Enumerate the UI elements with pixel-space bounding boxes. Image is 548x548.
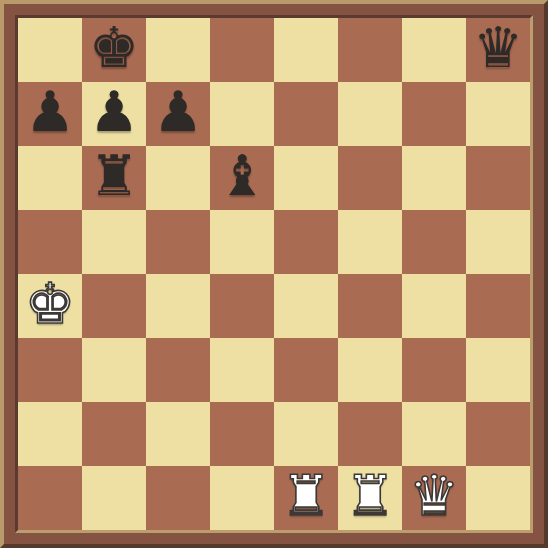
square-f3[interactable] (338, 338, 402, 402)
square-b1[interactable] (82, 466, 146, 530)
black-pawn[interactable]: ♟ (89, 82, 139, 144)
square-a3[interactable] (18, 338, 82, 402)
square-g6[interactable] (402, 146, 466, 210)
square-e1[interactable]: ♜ (274, 466, 338, 530)
square-g7[interactable] (402, 82, 466, 146)
square-h4[interactable] (466, 274, 530, 338)
square-c4[interactable] (146, 274, 210, 338)
square-d7[interactable] (210, 82, 274, 146)
square-g4[interactable] (402, 274, 466, 338)
square-h1[interactable] (466, 466, 530, 530)
square-f1[interactable]: ♜ (338, 466, 402, 530)
square-e6[interactable] (274, 146, 338, 210)
square-h2[interactable] (466, 402, 530, 466)
square-g3[interactable] (402, 338, 466, 402)
square-d6[interactable]: ♝ (210, 146, 274, 210)
white-queen[interactable]: ♛ (409, 466, 459, 528)
square-a4[interactable]: ♚ (18, 274, 82, 338)
square-d5[interactable] (210, 210, 274, 274)
square-e2[interactable] (274, 402, 338, 466)
square-b2[interactable] (82, 402, 146, 466)
black-rook[interactable]: ♜ (89, 146, 139, 208)
square-c8[interactable] (146, 18, 210, 82)
white-rook[interactable]: ♜ (345, 466, 395, 528)
square-g8[interactable] (402, 18, 466, 82)
chess-board: ♚♛♟♟♟♜♝♚♜♜♛ (15, 15, 533, 533)
white-rook[interactable]: ♜ (281, 466, 331, 528)
square-f5[interactable] (338, 210, 402, 274)
square-b5[interactable] (82, 210, 146, 274)
square-c7[interactable]: ♟ (146, 82, 210, 146)
square-h8[interactable]: ♛ (466, 18, 530, 82)
square-e8[interactable] (274, 18, 338, 82)
square-c5[interactable] (146, 210, 210, 274)
square-a7[interactable]: ♟ (18, 82, 82, 146)
square-b4[interactable] (82, 274, 146, 338)
square-g5[interactable] (402, 210, 466, 274)
square-d1[interactable] (210, 466, 274, 530)
square-h5[interactable] (466, 210, 530, 274)
square-h3[interactable] (466, 338, 530, 402)
square-a5[interactable] (18, 210, 82, 274)
square-a1[interactable] (18, 466, 82, 530)
square-d4[interactable] (210, 274, 274, 338)
square-a6[interactable] (18, 146, 82, 210)
square-g1[interactable]: ♛ (402, 466, 466, 530)
square-e4[interactable] (274, 274, 338, 338)
black-queen[interactable]: ♛ (473, 18, 523, 80)
square-h6[interactable] (466, 146, 530, 210)
square-b7[interactable]: ♟ (82, 82, 146, 146)
square-c2[interactable] (146, 402, 210, 466)
square-h7[interactable] (466, 82, 530, 146)
square-f8[interactable] (338, 18, 402, 82)
square-e3[interactable] (274, 338, 338, 402)
square-g2[interactable] (402, 402, 466, 466)
square-f7[interactable] (338, 82, 402, 146)
square-d3[interactable] (210, 338, 274, 402)
square-c6[interactable] (146, 146, 210, 210)
square-f2[interactable] (338, 402, 402, 466)
black-bishop[interactable]: ♝ (217, 146, 267, 208)
square-b3[interactable] (82, 338, 146, 402)
square-c1[interactable] (146, 466, 210, 530)
square-f6[interactable] (338, 146, 402, 210)
square-c3[interactable] (146, 338, 210, 402)
square-e5[interactable] (274, 210, 338, 274)
square-b8[interactable]: ♚ (82, 18, 146, 82)
square-e7[interactable] (274, 82, 338, 146)
white-king[interactable]: ♚ (25, 274, 75, 336)
square-b6[interactable]: ♜ (82, 146, 146, 210)
square-d8[interactable] (210, 18, 274, 82)
square-a2[interactable] (18, 402, 82, 466)
square-f4[interactable] (338, 274, 402, 338)
square-d2[interactable] (210, 402, 274, 466)
square-a8[interactable] (18, 18, 82, 82)
board-frame: ♚♛♟♟♟♜♝♚♜♜♛ (0, 0, 548, 548)
black-king[interactable]: ♚ (89, 18, 139, 80)
black-pawn[interactable]: ♟ (25, 82, 75, 144)
black-pawn[interactable]: ♟ (153, 82, 203, 144)
